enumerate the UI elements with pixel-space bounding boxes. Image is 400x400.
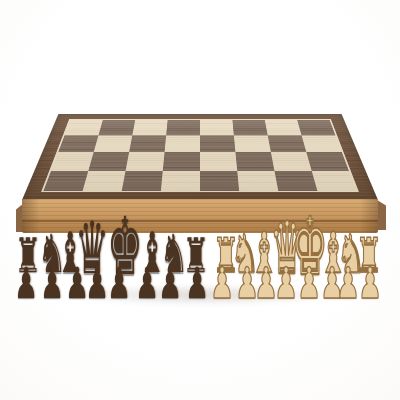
board-square-light (132, 120, 167, 135)
board-square-light (234, 135, 271, 152)
chess-set-product-photo: ♜♞♝♛♚♝♞♜♜♞♝♛♚♝♞♜♟♟♟♟♟♟♟♟♟♟♟♟♟♟♟♟ (0, 0, 400, 400)
board-square-dark (268, 135, 307, 152)
board-square-light (271, 152, 312, 170)
board-square-dark (166, 120, 200, 135)
board-square-dark (306, 152, 348, 170)
board-square-dark (297, 120, 335, 135)
board-top-face (22, 114, 378, 200)
light-pawn-piece: ♟ (336, 261, 360, 304)
board-square-dark (129, 135, 166, 152)
dark-pawn-piece: ♟ (85, 261, 109, 304)
dark-pawn-piece: ♟ (158, 261, 182, 304)
board-square-light (237, 171, 278, 191)
dark-pawn-piece: ♟ (135, 261, 159, 304)
board-square-dark (43, 171, 88, 191)
dark-pawn-piece: ♟ (107, 261, 131, 304)
board-square-dark (98, 120, 135, 135)
dark-pawn-piece: ♟ (14, 261, 38, 304)
dark-pawn-piece: ♟ (185, 261, 209, 304)
board-square-dark (200, 135, 235, 152)
board-square-light (51, 152, 93, 170)
board-square-dark (200, 171, 239, 191)
board-square-light (161, 171, 200, 191)
board-square-light (265, 120, 302, 135)
board-square-light (126, 152, 165, 170)
board-square-light (312, 171, 357, 191)
board-square-dark (88, 152, 129, 170)
board-square-light (83, 171, 126, 191)
board-square-dark (122, 171, 163, 191)
dark-pawn-piece: ♟ (40, 261, 64, 304)
box-right-end (377, 200, 386, 230)
board-square-light (94, 135, 133, 152)
board-square-light (65, 120, 103, 135)
board-square-dark (232, 120, 267, 135)
light-pawn-piece: ♟ (297, 261, 321, 304)
board-square-light (200, 120, 234, 135)
board-square-dark (163, 152, 200, 170)
board-square-light (200, 152, 237, 170)
light-pawn-piece: ♟ (274, 261, 298, 304)
light-pawn-piece: ♟ (210, 261, 234, 304)
board-square-dark (58, 135, 98, 152)
chess-board-grid (43, 120, 356, 191)
board-square-dark (274, 171, 317, 191)
board-square-dark (235, 152, 274, 170)
board-square-light (302, 135, 342, 152)
light-pawn-piece: ♟ (358, 261, 382, 304)
board-square-light (165, 135, 200, 152)
board-inner-line (41, 119, 359, 192)
